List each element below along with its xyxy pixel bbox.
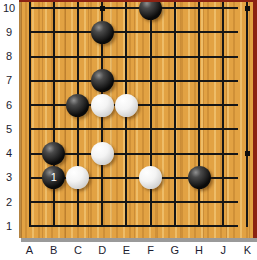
white-stone-D6[interactable] — [91, 94, 114, 117]
row-label-1: 1 — [0, 221, 18, 232]
grid-line-row-9 — [29, 31, 239, 33]
grid-line-col-K — [246, 0, 248, 227]
go-board[interactable]: 1 — [19, 0, 257, 238]
black-stone-D9[interactable] — [91, 21, 114, 44]
column-label-A: A — [21, 245, 39, 256]
column-label-H: H — [190, 245, 208, 256]
grid-line-col-H — [198, 0, 200, 227]
grid-line-row-10 — [29, 7, 239, 9]
black-stone-H3[interactable] — [188, 166, 211, 189]
grid-line-row-8 — [29, 56, 239, 58]
grid-line-col-F — [150, 0, 152, 227]
column-label-E: E — [117, 245, 135, 256]
cut-edge-right — [253, 0, 257, 238]
row-label-7: 7 — [0, 75, 18, 86]
grid-line-row-7 — [29, 80, 239, 82]
grid-line-row-2 — [29, 201, 239, 203]
star-point-K4 — [245, 151, 250, 156]
black-stone-C6[interactable] — [66, 94, 89, 117]
grid-line-col-J — [222, 0, 224, 227]
row-label-4: 4 — [0, 148, 18, 159]
black-stone-B3[interactable]: 1 — [42, 166, 65, 189]
star-point-D10 — [100, 6, 105, 11]
white-stone-D4[interactable] — [91, 142, 114, 165]
black-stone-B4[interactable] — [42, 142, 65, 165]
row-label-6: 6 — [0, 100, 18, 111]
board-left-edge — [19, 0, 22, 238]
white-stone-F3[interactable] — [139, 166, 162, 189]
grid-line-col-G — [174, 0, 176, 227]
black-stone-D7[interactable] — [91, 69, 114, 92]
row-label-10: 10 — [0, 3, 18, 14]
grid-line-row-1 — [29, 225, 239, 227]
column-label-J: J — [214, 245, 232, 256]
board-shadow — [21, 238, 257, 242]
column-label-C: C — [69, 245, 87, 256]
cut-edge-top — [19, 0, 257, 2]
row-label-8: 8 — [0, 51, 18, 62]
star-point-K10 — [245, 6, 250, 11]
grid-line-col-A — [29, 0, 31, 227]
white-stone-C3[interactable] — [66, 166, 89, 189]
grid-line-row-5 — [29, 128, 239, 130]
white-stone-E6[interactable] — [115, 94, 138, 117]
column-label-G: G — [166, 245, 184, 256]
grid-line-col-B — [53, 0, 55, 227]
column-label-F: F — [142, 245, 160, 256]
column-label-D: D — [93, 245, 111, 256]
row-label-5: 5 — [0, 124, 18, 135]
black-stone-F10[interactable] — [139, 0, 162, 20]
row-label-2: 2 — [0, 197, 18, 208]
move-number-label: 1 — [51, 172, 57, 183]
column-label-B: B — [45, 245, 63, 256]
column-label-K: K — [238, 245, 256, 256]
row-label-9: 9 — [0, 27, 18, 38]
go-diagram: 1 10987654321ABCDEFGHJK — [0, 0, 257, 260]
row-label-3: 3 — [0, 172, 18, 183]
